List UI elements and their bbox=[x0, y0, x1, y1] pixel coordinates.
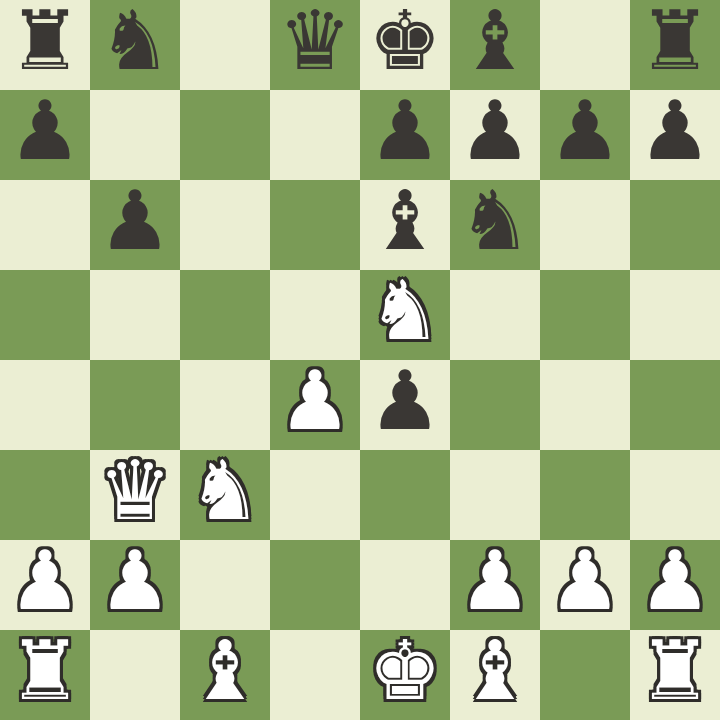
square-g5[interactable] bbox=[540, 270, 630, 360]
square-g4[interactable] bbox=[540, 360, 630, 450]
black-pawn[interactable]: ♟ bbox=[368, 360, 442, 442]
black-rook[interactable]: ♜ bbox=[638, 0, 712, 82]
white-knight[interactable]: ♞ bbox=[188, 450, 262, 532]
square-h2[interactable]: ♟ bbox=[630, 540, 720, 630]
square-g1[interactable] bbox=[540, 630, 630, 720]
square-a2[interactable]: ♟ bbox=[0, 540, 90, 630]
chess-board: ♜♞♛♚♝♜♟♟♟♟♟♟♝♞♞♟♟♛♞♟♟♟♟♟♜♝♚♝♜ bbox=[0, 0, 720, 720]
square-f8[interactable]: ♝ bbox=[450, 0, 540, 90]
square-b2[interactable]: ♟ bbox=[90, 540, 180, 630]
white-pawn[interactable]: ♟ bbox=[98, 540, 172, 622]
square-e2[interactable] bbox=[360, 540, 450, 630]
black-king[interactable]: ♚ bbox=[368, 0, 442, 82]
white-pawn[interactable]: ♟ bbox=[278, 360, 352, 442]
square-e1[interactable]: ♚ bbox=[360, 630, 450, 720]
white-knight[interactable]: ♞ bbox=[368, 270, 442, 352]
square-d8[interactable]: ♛ bbox=[270, 0, 360, 90]
square-b7[interactable] bbox=[90, 90, 180, 180]
square-e3[interactable] bbox=[360, 450, 450, 540]
white-pawn[interactable]: ♟ bbox=[8, 540, 82, 622]
white-pawn[interactable]: ♟ bbox=[638, 540, 712, 622]
square-f7[interactable]: ♟ bbox=[450, 90, 540, 180]
black-pawn[interactable]: ♟ bbox=[458, 90, 532, 172]
square-d3[interactable] bbox=[270, 450, 360, 540]
square-f5[interactable] bbox=[450, 270, 540, 360]
square-a7[interactable]: ♟ bbox=[0, 90, 90, 180]
square-a5[interactable] bbox=[0, 270, 90, 360]
square-h4[interactable] bbox=[630, 360, 720, 450]
square-f6[interactable]: ♞ bbox=[450, 180, 540, 270]
square-c6[interactable] bbox=[180, 180, 270, 270]
square-h5[interactable] bbox=[630, 270, 720, 360]
black-knight[interactable]: ♞ bbox=[458, 180, 532, 262]
square-g7[interactable]: ♟ bbox=[540, 90, 630, 180]
square-c2[interactable] bbox=[180, 540, 270, 630]
square-e8[interactable]: ♚ bbox=[360, 0, 450, 90]
square-f2[interactable]: ♟ bbox=[450, 540, 540, 630]
black-pawn[interactable]: ♟ bbox=[548, 90, 622, 172]
square-d2[interactable] bbox=[270, 540, 360, 630]
square-c1[interactable]: ♝ bbox=[180, 630, 270, 720]
black-pawn[interactable]: ♟ bbox=[98, 180, 172, 262]
square-c8[interactable] bbox=[180, 0, 270, 90]
square-f4[interactable] bbox=[450, 360, 540, 450]
square-h8[interactable]: ♜ bbox=[630, 0, 720, 90]
square-c3[interactable]: ♞ bbox=[180, 450, 270, 540]
white-pawn[interactable]: ♟ bbox=[458, 540, 532, 622]
square-b6[interactable]: ♟ bbox=[90, 180, 180, 270]
square-g6[interactable] bbox=[540, 180, 630, 270]
square-d1[interactable] bbox=[270, 630, 360, 720]
square-d7[interactable] bbox=[270, 90, 360, 180]
square-b3[interactable]: ♛ bbox=[90, 450, 180, 540]
black-pawn[interactable]: ♟ bbox=[8, 90, 82, 172]
square-f1[interactable]: ♝ bbox=[450, 630, 540, 720]
square-d5[interactable] bbox=[270, 270, 360, 360]
square-d6[interactable] bbox=[270, 180, 360, 270]
black-queen[interactable]: ♛ bbox=[278, 0, 352, 82]
chess-board-wrapper: ♜♞♛♚♝♜♟♟♟♟♟♟♝♞♞♟♟♛♞♟♟♟♟♟♜♝♚♝♜ bbox=[0, 0, 720, 720]
square-a6[interactable] bbox=[0, 180, 90, 270]
square-b1[interactable] bbox=[90, 630, 180, 720]
square-a8[interactable]: ♜ bbox=[0, 0, 90, 90]
white-pawn[interactable]: ♟ bbox=[548, 540, 622, 622]
square-e4[interactable]: ♟ bbox=[360, 360, 450, 450]
square-g2[interactable]: ♟ bbox=[540, 540, 630, 630]
square-e5[interactable]: ♞ bbox=[360, 270, 450, 360]
square-h1[interactable]: ♜ bbox=[630, 630, 720, 720]
square-h6[interactable] bbox=[630, 180, 720, 270]
square-a3[interactable] bbox=[0, 450, 90, 540]
square-b4[interactable] bbox=[90, 360, 180, 450]
square-a4[interactable] bbox=[0, 360, 90, 450]
square-e6[interactable]: ♝ bbox=[360, 180, 450, 270]
white-rook[interactable]: ♜ bbox=[638, 630, 712, 712]
square-c5[interactable] bbox=[180, 270, 270, 360]
square-d4[interactable]: ♟ bbox=[270, 360, 360, 450]
square-f3[interactable] bbox=[450, 450, 540, 540]
square-b8[interactable]: ♞ bbox=[90, 0, 180, 90]
white-king[interactable]: ♚ bbox=[368, 630, 442, 712]
square-g8[interactable] bbox=[540, 0, 630, 90]
white-rook[interactable]: ♜ bbox=[8, 630, 82, 712]
square-g3[interactable] bbox=[540, 450, 630, 540]
square-h7[interactable]: ♟ bbox=[630, 90, 720, 180]
white-queen[interactable]: ♛ bbox=[98, 450, 172, 532]
black-bishop[interactable]: ♝ bbox=[368, 180, 442, 262]
black-pawn[interactable]: ♟ bbox=[368, 90, 442, 172]
black-knight[interactable]: ♞ bbox=[98, 0, 172, 82]
square-h3[interactable] bbox=[630, 450, 720, 540]
square-c4[interactable] bbox=[180, 360, 270, 450]
white-bishop[interactable]: ♝ bbox=[458, 630, 532, 712]
black-rook[interactable]: ♜ bbox=[8, 0, 82, 82]
black-pawn[interactable]: ♟ bbox=[638, 90, 712, 172]
square-b5[interactable] bbox=[90, 270, 180, 360]
square-a1[interactable]: ♜ bbox=[0, 630, 90, 720]
square-e7[interactable]: ♟ bbox=[360, 90, 450, 180]
square-c7[interactable] bbox=[180, 90, 270, 180]
black-bishop[interactable]: ♝ bbox=[458, 0, 532, 82]
white-bishop[interactable]: ♝ bbox=[188, 630, 262, 712]
